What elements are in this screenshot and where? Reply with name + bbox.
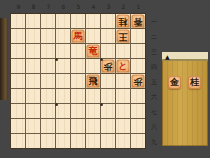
board-square[interactable]: [26, 44, 40, 58]
board-square[interactable]: [131, 44, 145, 58]
board-square[interactable]: [26, 104, 40, 118]
file-label: 3: [101, 1, 116, 12]
board-square[interactable]: [116, 119, 130, 133]
board-square[interactable]: と: [116, 59, 130, 73]
board-square[interactable]: 飛: [86, 74, 100, 88]
shogi-piece[interactable]: 香: [132, 15, 145, 28]
board-square[interactable]: [56, 29, 70, 43]
rank-labels: 一二三四五六七八九: [149, 14, 159, 149]
board-square[interactable]: [131, 119, 145, 133]
rank-label: 四: [149, 59, 159, 74]
board-square[interactable]: [56, 134, 70, 148]
board-square[interactable]: [11, 134, 25, 148]
board-square[interactable]: [11, 14, 25, 28]
board-square[interactable]: [101, 119, 115, 133]
sente-hand-pieces: 金桂: [168, 76, 206, 89]
board-square[interactable]: [116, 104, 130, 118]
shogi-piece[interactable]: 王: [117, 30, 130, 43]
board-square[interactable]: [41, 59, 55, 73]
komadai-wood-grain: [162, 61, 208, 146]
board-square[interactable]: [116, 74, 130, 88]
board-square[interactable]: [56, 89, 70, 103]
piece-kanji: 桂: [190, 76, 199, 89]
board-square[interactable]: [116, 44, 130, 58]
board-square[interactable]: [101, 14, 115, 28]
board-square[interactable]: [11, 74, 25, 88]
board-square[interactable]: [131, 59, 145, 73]
screenshot: 987654321 一二三四五六七八九 桂香馬王竜歩と飛歩 ▲ 金桂: [0, 0, 210, 158]
board-square[interactable]: [41, 89, 55, 103]
rank-label: 二: [149, 29, 159, 44]
board-square[interactable]: [86, 29, 100, 43]
sente-turn-marker: ▲: [165, 53, 170, 60]
file-labels: 987654321: [11, 1, 146, 12]
hand-piece[interactable]: 金: [168, 76, 181, 89]
piece-kanji: 馬: [74, 30, 83, 43]
rank-label: 五: [149, 74, 159, 89]
rank-label: 一: [149, 14, 159, 29]
board-square[interactable]: [56, 14, 70, 28]
piece-kanji: 桂: [119, 15, 128, 28]
piece-kanji: 歩: [104, 60, 113, 73]
hand-piece[interactable]: 桂: [188, 76, 201, 89]
board-square[interactable]: 馬: [71, 29, 85, 43]
gote-komadai-edge: [0, 18, 8, 100]
rank-label: 六: [149, 89, 159, 104]
piece-kanji: 歩: [134, 75, 143, 88]
board-square[interactable]: [131, 29, 145, 43]
board-square[interactable]: [56, 44, 70, 58]
board-square[interactable]: [116, 89, 130, 103]
rank-label: 七: [149, 104, 159, 119]
board-square[interactable]: 桂: [116, 14, 130, 28]
board-square[interactable]: [71, 104, 85, 118]
piece-kanji: 香: [134, 15, 143, 28]
file-label: 7: [41, 1, 56, 12]
sente-komadai: ▲ 金桂: [162, 52, 208, 146]
board-square[interactable]: [11, 104, 25, 118]
board-square[interactable]: [41, 74, 55, 88]
board-square[interactable]: [56, 119, 70, 133]
board-square[interactable]: [41, 104, 55, 118]
piece-kanji: 王: [119, 30, 128, 43]
rank-label: 八: [149, 119, 159, 134]
board-square[interactable]: [101, 134, 115, 148]
board-square[interactable]: [101, 44, 115, 58]
board-square[interactable]: [26, 29, 40, 43]
shogi-piece[interactable]: 飛: [87, 75, 100, 88]
hoshi-point: [55, 58, 58, 61]
hoshi-point: [100, 103, 103, 106]
board-square[interactable]: [86, 59, 100, 73]
shogi-piece[interactable]: 竜: [87, 45, 100, 58]
board-square[interactable]: [26, 14, 40, 28]
piece-kanji: と: [118, 60, 127, 73]
board-square[interactable]: [71, 14, 85, 28]
piece-kanji: 竜: [89, 45, 98, 58]
board-square[interactable]: [41, 44, 55, 58]
board-square[interactable]: [101, 74, 115, 88]
board-square[interactable]: [26, 74, 40, 88]
file-label: 4: [86, 1, 101, 12]
file-label: 1: [131, 1, 146, 12]
board-square[interactable]: [41, 29, 55, 43]
shogi-piece[interactable]: 歩: [132, 75, 145, 88]
board-square[interactable]: 香: [131, 14, 145, 28]
board-square[interactable]: [56, 59, 70, 73]
board-square[interactable]: [71, 59, 85, 73]
board-square[interactable]: [11, 44, 25, 58]
board-square[interactable]: [71, 89, 85, 103]
shogi-piece[interactable]: 桂: [117, 15, 130, 28]
shogi-piece[interactable]: と: [117, 60, 130, 73]
board-square[interactable]: [71, 44, 85, 58]
rank-label: 三: [149, 44, 159, 59]
rank-label: 九: [149, 134, 159, 149]
board-square[interactable]: [71, 74, 85, 88]
board-square[interactable]: [131, 104, 145, 118]
file-label: 8: [26, 1, 41, 12]
shogi-piece[interactable]: 歩: [102, 60, 115, 73]
file-label: 2: [116, 1, 131, 12]
shogi-board[interactable]: 桂香馬王竜歩と飛歩: [10, 13, 146, 149]
board-square[interactable]: [86, 104, 100, 118]
piece-kanji: 飛: [89, 75, 98, 88]
board-square[interactable]: [41, 119, 55, 133]
board-square[interactable]: [101, 104, 115, 118]
file-label: 6: [56, 1, 71, 12]
board-square[interactable]: [56, 104, 70, 118]
board-square[interactable]: [11, 89, 25, 103]
board-square[interactable]: [131, 89, 145, 103]
board-square[interactable]: [41, 14, 55, 28]
board-square[interactable]: [116, 134, 130, 148]
board-square[interactable]: [131, 134, 145, 148]
hoshi-point: [100, 58, 103, 61]
board-square[interactable]: [11, 59, 25, 73]
board-square[interactable]: 歩: [131, 74, 145, 88]
board-square[interactable]: 歩: [101, 59, 115, 73]
board-square[interactable]: [86, 14, 100, 28]
board-square[interactable]: [26, 59, 40, 73]
shogi-piece[interactable]: 馬: [72, 30, 85, 43]
file-label: 9: [11, 1, 26, 12]
board-square[interactable]: [86, 119, 100, 133]
board-square[interactable]: [26, 119, 40, 133]
board-square[interactable]: [71, 119, 85, 133]
board-square[interactable]: [86, 89, 100, 103]
board-square[interactable]: [11, 119, 25, 133]
board-square[interactable]: [101, 29, 115, 43]
board-square[interactable]: 竜: [86, 44, 100, 58]
piece-kanji: 金: [170, 76, 179, 89]
board-square[interactable]: [41, 134, 55, 148]
board-square[interactable]: [56, 74, 70, 88]
board-square[interactable]: [11, 29, 25, 43]
board-square[interactable]: [26, 134, 40, 148]
board-square[interactable]: 王: [116, 29, 130, 43]
board-square[interactable]: [86, 134, 100, 148]
board-square[interactable]: [101, 89, 115, 103]
board-square[interactable]: [26, 89, 40, 103]
hoshi-point: [55, 103, 58, 106]
file-label: 5: [71, 1, 86, 12]
board-square[interactable]: [71, 134, 85, 148]
